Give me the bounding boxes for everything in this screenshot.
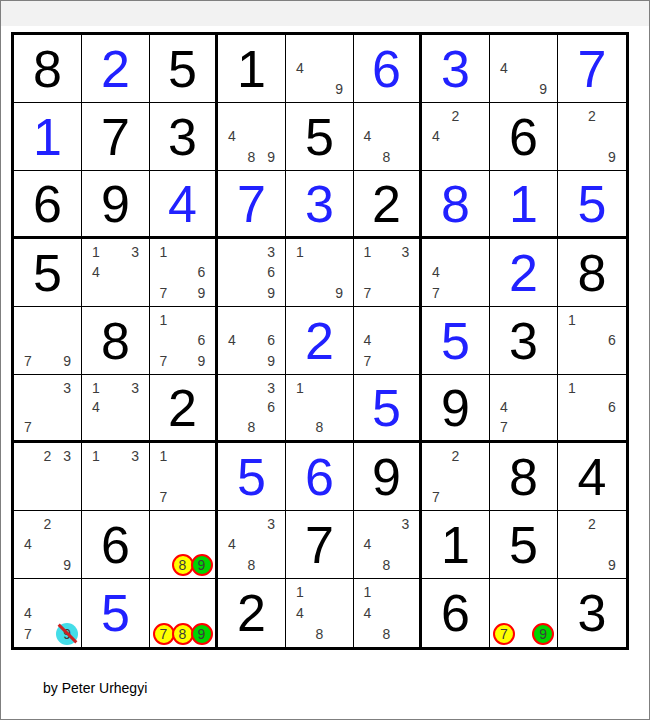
candidate-pos-6 [57,466,77,486]
entered-digit: 5 [218,443,285,510]
candidate-pos-2 [377,514,396,534]
cell-r8c3[interactable]: 89 [150,511,218,579]
cell-r6c2[interactable]: 134 [82,375,150,443]
cell-r4c8[interactable]: 2 [490,239,558,307]
candidate-pos-7: 7 [154,351,173,371]
candidate-pos-6 [396,534,415,554]
cell-r4c9[interactable]: 8 [558,239,626,307]
candidate-pos-7 [86,283,106,303]
candidate-digit: 9 [335,285,343,301]
candidate-digit: 6 [608,332,616,348]
entered-digit: 2 [490,239,557,306]
entered-digit: 1 [14,103,81,170]
entered-digit: 5 [354,375,419,440]
candidate-pos-9 [533,417,553,437]
candidate-pos-6 [329,398,349,418]
cell-r7c7[interactable]: 27 [422,443,490,511]
candidate-pos-9 [396,351,415,371]
candidate-pos-4: 4 [358,534,377,554]
cell-r3c7[interactable]: 8 [422,171,490,239]
given-digit: 6 [82,511,149,578]
cell-r9c9[interactable]: 3 [558,579,626,647]
candidate-pos-9 [602,417,622,437]
candidate-pos-1 [222,514,242,534]
cell-r1c1[interactable]: 8 [14,35,82,103]
candidate-digit: 4 [228,332,236,348]
candidate-digit: 9 [198,557,206,573]
candidate-pos-2 [106,378,126,398]
candidate-pos-6 [465,126,485,146]
candidate-pos-2 [514,38,534,58]
cell-r9c7[interactable]: 6 [422,579,490,647]
cell-r1c5[interactable]: 49 [286,35,354,103]
candidate-pos-6 [57,603,77,624]
candidate-digit: 4 [500,399,508,415]
candidate-pos-2 [377,106,396,126]
candidate-pos-7: 7 [494,417,514,437]
candidate-pos-2 [514,582,534,603]
cell-r4c5[interactable]: 19 [286,239,354,307]
given-digit: 5 [150,35,215,102]
candidate-digit: 8 [316,626,324,642]
candidate-pos-3 [192,310,211,330]
candidate-pos-2 [242,310,262,330]
given-digit: 3 [558,579,626,647]
pencilmarks: 16 [558,307,626,374]
cell-r2c4[interactable]: 489 [218,103,286,171]
candidate-pos-4 [290,398,310,418]
cell-r6c4[interactable]: 368 [218,375,286,443]
candidate-digit: 3 [63,380,71,396]
cell-r2c7[interactable]: 24 [422,103,490,171]
candidate-pos-3 [533,378,553,398]
candidate-digit: 7 [160,626,168,642]
cell-r3c8[interactable]: 1 [490,171,558,239]
cell-r7c6[interactable]: 9 [354,443,422,511]
pencilmarks: 49 [490,35,557,102]
cell-r3c9[interactable]: 5 [558,171,626,239]
candidate-digit: 4 [364,536,372,552]
candidate-pos-8 [377,351,396,371]
candidate-pos-2 [38,378,58,398]
candidate-pos-2 [377,242,396,262]
candidate-pos-8 [38,351,58,371]
candidate-pos-5 [242,398,262,418]
given-digit: 1 [422,511,489,578]
candidate-pos-9 [602,351,622,371]
candidate-pos-6 [533,603,553,624]
candidate-pos-1 [426,106,446,126]
candidate-digit: 4 [228,536,236,552]
candidate-pos-9: 9 [57,351,77,371]
candidate-pos-2: 2 [446,446,466,466]
cell-r8c5[interactable]: 7 [286,511,354,579]
cell-r5c7[interactable]: 5 [422,307,490,375]
candidate-pos-9 [396,623,415,644]
candidate-pos-1: 1 [154,310,173,330]
cell-r8c1[interactable]: 249 [14,511,82,579]
candidate-pos-1 [18,446,38,466]
cell-r9c8[interactable]: 79 [490,579,558,647]
cell-r9c4[interactable]: 2 [218,579,286,647]
cell-r2c5[interactable]: 5 [286,103,354,171]
candidate-pos-8 [514,623,534,644]
candidate-digit: 3 [267,244,275,260]
cell-r8c8[interactable]: 5 [490,511,558,579]
given-digit: 5 [14,239,81,306]
candidate-pos-6 [602,534,622,554]
cell-r3c2[interactable]: 9 [82,171,150,239]
cell-r4c1[interactable]: 5 [14,239,82,307]
cell-r5c2[interactable]: 8 [82,307,150,375]
cell-r5c4[interactable]: 469 [218,307,286,375]
candidate-pos-2 [242,514,262,534]
cell-r5c5[interactable]: 2 [286,307,354,375]
candidate-pos-5 [514,58,534,78]
cell-r1c8[interactable]: 49 [490,35,558,103]
candidate-pos-3: 3 [261,242,281,262]
given-digit: 2 [354,171,419,236]
candidate-pos-7 [18,555,38,575]
cell-r2c9[interactable]: 29 [558,103,626,171]
candidate-pos-4 [494,603,514,624]
candidate-digit: 9 [198,626,206,642]
cell-r3c6[interactable]: 2 [354,171,422,239]
cell-r6c6[interactable]: 5 [354,375,422,443]
candidate-pos-3 [533,582,553,603]
candidate-pos-5 [242,330,262,350]
candidate-pos-7 [426,147,446,167]
entered-digit: 5 [558,171,626,236]
cell-r5c1[interactable]: 79 [14,307,82,375]
candidate-digit: 2 [588,516,596,532]
candidate-pos-6 [57,398,77,418]
given-digit: 9 [82,171,149,236]
entered-digit: 1 [490,171,557,236]
cell-r6c9[interactable]: 16 [558,375,626,443]
candidate-pos-7: 7 [154,487,173,507]
candidate-pos-4: 4 [86,398,106,418]
cell-r6c3[interactable]: 2 [150,375,218,443]
candidate-pos-8 [582,417,602,437]
cell-r2c6[interactable]: 48 [354,103,422,171]
candidate-digit: 4 [296,605,304,621]
cell-r1c9[interactable]: 7 [558,35,626,103]
candidate-pos-6: 6 [602,330,622,350]
candidate-pos-4 [18,330,38,350]
candidate-pos-6 [192,603,211,624]
candidate-pos-2: 2 [38,514,58,534]
cell-r8c2[interactable]: 6 [82,511,150,579]
candidate-pos-4 [86,466,106,486]
candidate-pos-9: 9 [192,351,211,371]
pencilmarks: 789 [150,579,215,647]
cell-r6c8[interactable]: 47 [490,375,558,443]
candidate-pos-6 [261,126,281,146]
cell-r4c4[interactable]: 369 [218,239,286,307]
candidate-pos-8 [173,351,192,371]
cell-r4c2[interactable]: 134 [82,239,150,307]
candidate-digit: 7 [160,489,168,505]
candidate-digit: 3 [131,244,139,260]
candidate-pos-3 [329,38,349,58]
cell-r4c7[interactable]: 47 [422,239,490,307]
candidate-pos-8 [38,417,58,437]
candidate-digit: 6 [608,399,616,415]
candidate-pos-2 [173,514,192,534]
candidate-digit: 1 [92,380,100,396]
candidate-pos-6 [192,466,211,486]
candidate-digit: 6 [267,399,275,415]
candidate-pos-5 [446,466,466,486]
given-digit: 9 [354,443,419,510]
pencilmarks: 24 [422,103,489,170]
toolbar-strip [1,1,649,26]
candidate-pos-8 [173,487,192,507]
candidate-pos-5 [377,603,396,624]
candidate-pos-1 [358,310,377,330]
cell-r1c7[interactable]: 3 [422,35,490,103]
cell-r5c9[interactable]: 16 [558,307,626,375]
entered-digit: 5 [422,307,489,374]
candidate-pos-5 [38,330,58,350]
candidate-digit: 7 [160,285,168,301]
cell-r7c5[interactable]: 6 [286,443,354,511]
pencilmarks: 249 [14,511,81,578]
candidate-pos-1 [18,378,38,398]
pencilmarks: 148 [354,579,419,647]
candidate-digit: 3 [63,448,71,464]
candidate-pos-3: 3 [261,514,281,534]
candidate-pos-1 [18,582,38,603]
cell-r4c3[interactable]: 1679 [150,239,218,307]
cell-r2c2[interactable]: 7 [82,103,150,171]
candidate-pos-3: 3 [396,242,415,262]
cell-r9c1[interactable]: 479 [14,579,82,647]
candidate-pos-8 [242,351,262,371]
candidate-pos-5 [173,466,192,486]
cell-r8c4[interactable]: 348 [218,511,286,579]
cell-r3c4[interactable]: 7 [218,171,286,239]
candidate-pos-2: 2 [446,106,466,126]
candidate-pos-5 [582,126,602,146]
candidate-pos-2 [38,582,58,603]
candidate-pos-7 [222,555,242,575]
candidate-pos-7 [358,147,377,167]
cell-r8c6[interactable]: 348 [354,511,422,579]
given-digit: 8 [14,35,81,102]
cell-r7c9[interactable]: 4 [558,443,626,511]
cell-r7c3[interactable]: 17 [150,443,218,511]
cell-r5c8[interactable]: 3 [490,307,558,375]
candidate-pos-7 [222,147,242,167]
cell-r7c8[interactable]: 8 [490,443,558,511]
candidate-pos-6: 6 [261,330,281,350]
cell-r2c8[interactable]: 6 [490,103,558,171]
cell-r8c9[interactable]: 29 [558,511,626,579]
candidate-pos-1 [358,514,377,534]
candidate-pos-8: 8 [242,417,262,437]
cell-r8c7[interactable]: 1 [422,511,490,579]
pencilmarks: 79 [14,307,81,374]
candidate-pos-2 [377,310,396,330]
candidate-pos-2 [514,378,534,398]
candidate-digit: 9 [267,149,275,165]
candidate-digit: 7 [24,353,32,369]
candidate-pos-9 [57,487,77,507]
candidate-pos-6: 6 [192,330,211,350]
candidate-pos-4: 4 [494,398,514,418]
pencilmarks: 29 [558,511,626,578]
candidate-pos-3 [533,38,553,58]
candidate-pos-8: 8 [377,623,396,644]
candidate-pos-9: 9 [261,351,281,371]
candidate-digit: 2 [44,516,52,532]
given-digit: 4 [558,443,626,510]
candidate-digit: 8 [383,626,391,642]
candidate-pos-2 [310,378,330,398]
candidate-pos-8: 8 [377,147,396,167]
candidate-pos-5 [310,58,330,78]
pencilmarks: 23 [14,443,81,510]
candidate-pos-8 [514,417,534,437]
candidate-pos-7: 7 [18,417,38,437]
candidate-digit: 9 [539,626,547,642]
cell-r6c1[interactable]: 37 [14,375,82,443]
cell-r7c2[interactable]: 13 [82,443,150,511]
cell-r1c6[interactable]: 6 [354,35,422,103]
pencilmarks: 89 [150,511,215,578]
candidate-pos-9 [329,623,349,644]
entered-digit: 4 [150,171,215,236]
cell-r6c7[interactable]: 9 [422,375,490,443]
candidate-digit: 3 [402,244,410,260]
candidate-pos-1 [18,310,38,330]
candidate-pos-8 [310,283,330,303]
candidate-pos-4 [290,262,310,282]
candidate-pos-8 [514,79,534,99]
candidate-pos-9 [396,283,415,303]
candidate-pos-4: 4 [18,603,38,624]
cell-r9c5[interactable]: 148 [286,579,354,647]
given-digit: 8 [558,239,626,306]
candidate-digit: 4 [364,332,372,348]
candidate-digit: 1 [92,448,100,464]
cell-r2c1[interactable]: 1 [14,103,82,171]
candidate-pos-3 [602,106,622,126]
candidate-digit: 4 [432,128,440,144]
cell-r7c1[interactable]: 23 [14,443,82,511]
candidate-pos-3 [396,582,415,603]
cell-r6c5[interactable]: 18 [286,375,354,443]
candidate-pos-4: 4 [290,603,310,624]
candidate-pos-9 [465,283,485,303]
candidate-digit: 8 [179,626,187,642]
cell-r9c2[interactable]: 5 [82,579,150,647]
candidate-pos-3 [329,582,349,603]
candidate-pos-3: 3 [125,378,145,398]
candidate-digit: 7 [500,626,508,642]
candidate-pos-3 [602,378,622,398]
candidate-pos-2 [242,378,262,398]
given-digit: 7 [82,103,149,170]
cell-r9c3[interactable]: 789 [150,579,218,647]
candidate-pos-9 [57,417,77,437]
cell-r4c6[interactable]: 137 [354,239,422,307]
cell-r3c5[interactable]: 3 [286,171,354,239]
cell-r1c4[interactable]: 1 [218,35,286,103]
given-digit: 8 [82,307,149,374]
given-digit: 1 [218,35,285,102]
candidate-pos-7 [222,417,242,437]
cell-r9c6[interactable]: 148 [354,579,422,647]
candidate-pos-6 [125,466,145,486]
cell-r1c3[interactable]: 5 [150,35,218,103]
cell-r5c6[interactable]: 47 [354,307,422,375]
given-digit: 9 [422,375,489,440]
candidate-pos-2: 2 [38,446,58,466]
candidate-pos-8 [106,417,126,437]
candidate-digit: 8 [383,557,391,573]
candidate-pos-2 [173,582,192,603]
candidate-pos-7: 7 [18,623,38,644]
candidate-pos-9 [261,555,281,575]
candidate-pos-8 [446,487,466,507]
candidate-pos-7 [290,623,310,644]
candidate-pos-5 [446,262,466,282]
candidate-pos-9: 9 [192,555,211,575]
candidate-pos-4 [18,398,38,418]
candidate-pos-5 [242,126,262,146]
cell-r5c3[interactable]: 1679 [150,307,218,375]
candidate-digit: 9 [335,81,343,97]
candidate-pos-9: 9 [329,283,349,303]
candidate-pos-6 [261,534,281,554]
candidate-digit: 4 [92,264,100,280]
screenshot-frame: 8251496349717348954824629694732815513416… [0,0,650,720]
candidate-pos-7 [290,417,310,437]
candidate-digit: 9 [267,285,275,301]
cell-r2c3[interactable]: 3 [150,103,218,171]
candidate-pos-3 [465,106,485,126]
pencilmarks: 18 [286,375,353,440]
candidate-digit: 6 [198,332,206,348]
candidate-pos-4: 4 [358,603,377,624]
candidate-pos-5 [514,603,534,624]
pencilmarks: 37 [14,375,81,440]
cell-r3c3[interactable]: 4 [150,171,218,239]
candidate-pos-3 [465,242,485,262]
cell-r7c4[interactable]: 5 [218,443,286,511]
pencilmarks: 79 [490,579,557,647]
cell-r1c2[interactable]: 2 [82,35,150,103]
candidate-pos-4 [18,466,38,486]
cell-r3c1[interactable]: 6 [14,171,82,239]
candidate-pos-6 [57,330,77,350]
candidate-pos-3 [57,582,77,603]
candidate-pos-1 [562,106,582,126]
candidate-pos-3 [602,514,622,534]
candidate-pos-3 [465,446,485,466]
candidate-pos-2: 2 [582,106,602,126]
candidate-pos-1 [18,514,38,534]
pencilmarks: 19 [286,239,353,306]
entered-digit: 6 [354,35,419,102]
candidate-pos-1: 1 [86,378,106,398]
candidate-pos-8 [242,283,262,303]
pencilmarks: 48 [354,103,419,170]
candidate-pos-1 [290,38,310,58]
